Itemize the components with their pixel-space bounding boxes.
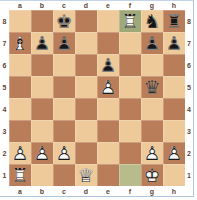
rank-label-right-8: 8 xyxy=(185,10,193,32)
square-e2[interactable] xyxy=(97,142,119,164)
file-label-top-e: e xyxy=(97,1,119,10)
file-label-bottom-c: c xyxy=(53,186,75,196)
piece-black-king[interactable]: ♚♔ xyxy=(53,10,75,32)
square-a8[interactable] xyxy=(9,10,31,32)
square-b7[interactable]: ♟♙ xyxy=(31,32,53,54)
square-f4[interactable] xyxy=(119,98,141,120)
square-e8[interactable] xyxy=(97,10,119,32)
square-f5[interactable] xyxy=(119,76,141,98)
file-label-top-f: f xyxy=(119,1,141,10)
piece-white-pawn[interactable]: ♟♙ xyxy=(97,76,119,98)
square-f2[interactable] xyxy=(119,142,141,164)
piece-black-pawn[interactable]: ♟♙ xyxy=(97,54,119,76)
file-label-bottom-a: a xyxy=(9,186,31,196)
piece-black-pawn[interactable]: ♟♙ xyxy=(31,32,53,54)
rank-label-right-1: 1 xyxy=(185,164,193,186)
square-f8[interactable]: ♜♖ xyxy=(119,10,141,32)
square-h3[interactable] xyxy=(163,120,185,142)
square-g4[interactable] xyxy=(141,98,163,120)
square-c1[interactable] xyxy=(53,164,75,186)
square-f6[interactable] xyxy=(119,54,141,76)
file-label-bottom-e: e xyxy=(97,186,119,196)
square-e4[interactable] xyxy=(97,98,119,120)
square-d1[interactable]: ♛♕ xyxy=(75,164,97,186)
file-label-bottom-f: f xyxy=(119,186,141,196)
square-e1[interactable] xyxy=(97,164,119,186)
file-label-bottom-b: b xyxy=(31,186,53,196)
piece-white-pawn[interactable]: ♟♙ xyxy=(31,142,53,164)
square-c2[interactable]: ♟♙ xyxy=(53,142,75,164)
square-c3[interactable] xyxy=(53,120,75,142)
square-g5[interactable]: ♛♕ xyxy=(141,76,163,98)
square-a3[interactable] xyxy=(9,120,31,142)
square-a2[interactable]: ♟♙ xyxy=(9,142,31,164)
square-f3[interactable] xyxy=(119,120,141,142)
piece-black-queen[interactable]: ♛♕ xyxy=(141,76,163,98)
square-g3[interactable] xyxy=(141,120,163,142)
chess-board-panel: abcdefgh8♚♔♜♖♞♘♜♖87♝♗♟♙♟♙♟♙♟♙76♟♙65♟♙♛♕5… xyxy=(0,0,197,200)
rank-label-right-7: 7 xyxy=(185,32,193,54)
square-d5[interactable] xyxy=(75,76,97,98)
file-label-top-g: g xyxy=(141,1,163,10)
square-a4[interactable] xyxy=(9,98,31,120)
square-c8[interactable]: ♚♔ xyxy=(53,10,75,32)
piece-white-pawn[interactable]: ♟♙ xyxy=(9,142,31,164)
square-a1[interactable]: ♜♖ xyxy=(9,164,31,186)
piece-white-queen[interactable]: ♛♕ xyxy=(75,164,97,186)
square-b6[interactable] xyxy=(31,54,53,76)
square-a5[interactable] xyxy=(9,76,31,98)
rank-label-left-7: 7 xyxy=(0,32,9,54)
board-corner xyxy=(185,186,193,196)
file-label-top-c: c xyxy=(53,1,75,10)
rank-label-left-1: 1 xyxy=(0,164,9,186)
rank-label-left-3: 3 xyxy=(0,120,9,142)
square-d2[interactable] xyxy=(75,142,97,164)
rank-label-left-8: 8 xyxy=(0,10,9,32)
square-c6[interactable] xyxy=(53,54,75,76)
rank-label-right-2: 2 xyxy=(185,142,193,164)
piece-black-knight[interactable]: ♞♘ xyxy=(141,10,163,32)
square-g7[interactable]: ♟♙ xyxy=(141,32,163,54)
piece-black-pawn[interactable]: ♟♙ xyxy=(141,32,163,54)
square-b8[interactable] xyxy=(31,10,53,32)
square-h1[interactable] xyxy=(163,164,185,186)
square-c5[interactable] xyxy=(53,76,75,98)
piece-white-pawn[interactable]: ♟♙ xyxy=(53,142,75,164)
piece-black-pawn[interactable]: ♟♙ xyxy=(53,32,75,54)
rank-label-right-6: 6 xyxy=(185,54,193,76)
square-f1[interactable] xyxy=(119,164,141,186)
file-label-bottom-h: h xyxy=(163,186,185,196)
square-h6[interactable] xyxy=(163,54,185,76)
piece-white-king[interactable]: ♚♔ xyxy=(141,164,163,186)
square-g2[interactable]: ♟♙ xyxy=(141,142,163,164)
square-d6[interactable] xyxy=(75,54,97,76)
square-h4[interactable] xyxy=(163,98,185,120)
piece-black-rook[interactable]: ♜♖ xyxy=(163,10,185,32)
square-f7[interactable] xyxy=(119,32,141,54)
rank-label-right-3: 3 xyxy=(185,120,193,142)
square-c4[interactable] xyxy=(53,98,75,120)
rank-label-left-2: 2 xyxy=(0,142,9,164)
file-label-top-d: d xyxy=(75,1,97,10)
chess-board: abcdefgh8♚♔♜♖♞♘♜♖87♝♗♟♙♟♙♟♙♟♙76♟♙65♟♙♛♕5… xyxy=(0,1,193,196)
square-a7[interactable]: ♝♗ xyxy=(9,32,31,54)
square-e6[interactable]: ♟♙ xyxy=(97,54,119,76)
square-g6[interactable] xyxy=(141,54,163,76)
square-b4[interactable] xyxy=(31,98,53,120)
square-h8[interactable]: ♜♖ xyxy=(163,10,185,32)
rank-label-right-4: 4 xyxy=(185,98,193,120)
square-e7[interactable] xyxy=(97,32,119,54)
square-b2[interactable]: ♟♙ xyxy=(31,142,53,164)
square-a6[interactable] xyxy=(9,54,31,76)
board-corner xyxy=(0,186,9,196)
file-label-bottom-g: g xyxy=(141,186,163,196)
file-label-top-b: b xyxy=(31,1,53,10)
square-b5[interactable] xyxy=(31,76,53,98)
square-d3[interactable] xyxy=(75,120,97,142)
square-e5[interactable]: ♟♙ xyxy=(97,76,119,98)
piece-black-pawn[interactable]: ♟♙ xyxy=(163,32,185,54)
rank-label-left-6: 6 xyxy=(0,54,9,76)
rank-label-right-5: 5 xyxy=(185,76,193,98)
square-h7[interactable]: ♟♙ xyxy=(163,32,185,54)
square-d7[interactable] xyxy=(75,32,97,54)
piece-white-rook[interactable]: ♜♖ xyxy=(119,10,141,32)
square-e3[interactable] xyxy=(97,120,119,142)
square-h2[interactable]: ♟♙ xyxy=(163,142,185,164)
board-corner xyxy=(0,1,9,10)
piece-white-rook[interactable]: ♜♖ xyxy=(9,164,31,186)
square-h5[interactable] xyxy=(163,76,185,98)
piece-white-bishop[interactable]: ♝♗ xyxy=(9,32,31,54)
rank-label-left-5: 5 xyxy=(0,76,9,98)
square-g8[interactable]: ♞♘ xyxy=(141,10,163,32)
square-g1[interactable]: ♚♔ xyxy=(141,164,163,186)
board-corner xyxy=(185,1,193,10)
square-c7[interactable]: ♟♙ xyxy=(53,32,75,54)
file-label-top-h: h xyxy=(163,1,185,10)
square-b3[interactable] xyxy=(31,120,53,142)
square-b1[interactable] xyxy=(31,164,53,186)
square-d4[interactable] xyxy=(75,98,97,120)
square-d8[interactable] xyxy=(75,10,97,32)
file-label-bottom-d: d xyxy=(75,186,97,196)
rank-label-left-4: 4 xyxy=(0,98,9,120)
piece-white-pawn[interactable]: ♟♙ xyxy=(163,142,185,164)
file-label-top-a: a xyxy=(9,1,31,10)
piece-white-pawn[interactable]: ♟♙ xyxy=(141,142,163,164)
